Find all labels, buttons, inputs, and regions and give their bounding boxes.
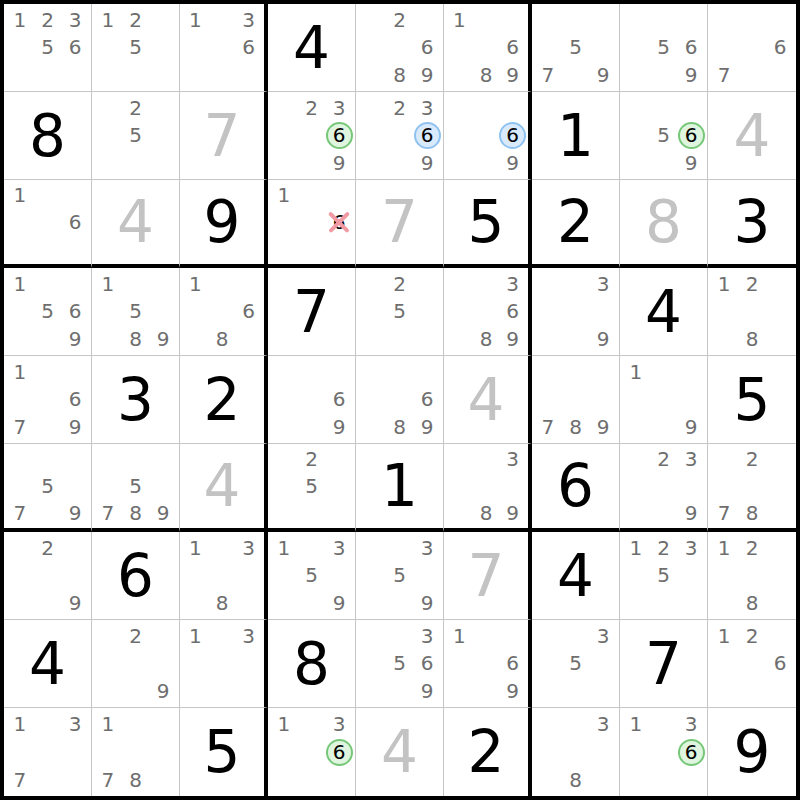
empty-candidate-slot: [182, 61, 209, 89]
cell-r7c8[interactable]: 1235: [620, 532, 708, 620]
empty-candidate-slot: [270, 386, 298, 414]
cell-r4c1[interactable]: 1569: [4, 268, 92, 356]
pencil-marks: 2369: [356, 92, 443, 179]
empty-candidate-slot: [235, 325, 262, 353]
given-digit: 7: [293, 283, 330, 341]
empty-candidate-slot: [358, 6, 386, 34]
empty-candidate-slot: [562, 386, 590, 414]
cell-r6c7[interactable]: 6: [532, 444, 620, 532]
candidate-9: 9: [413, 149, 441, 177]
solver-placed-digit: 4: [117, 193, 154, 251]
cell-r4c6[interactable]: 3689: [444, 268, 532, 356]
empty-candidate-slot: [235, 677, 262, 705]
empty-candidate-slot: [562, 270, 590, 298]
cell-r1c2[interactable]: 125: [92, 4, 180, 92]
cell-r7c2[interactable]: 6: [92, 532, 180, 620]
pencil-marks: 138: [180, 532, 264, 619]
green-circle-mark: 6: [678, 739, 705, 766]
empty-candidate-slot: [589, 298, 617, 326]
candidate-8: 8: [738, 589, 766, 617]
solver-placed-digit: 8: [645, 193, 682, 251]
candidate-3: 3: [235, 6, 262, 34]
empty-candidate-slot: [270, 738, 298, 766]
pencil-marks: 359: [356, 532, 443, 619]
cell-r5c1[interactable]: 1679: [4, 356, 92, 444]
empty-candidate-slot: [325, 236, 353, 263]
empty-candidate-slot: [358, 650, 386, 678]
cell-r3c5[interactable]: 7: [356, 180, 444, 268]
empty-candidate-slot: [738, 6, 766, 34]
pencil-marks: 136: [620, 708, 707, 796]
cell-r1c6[interactable]: 1689: [444, 4, 532, 92]
pencil-marks: 1569: [4, 268, 91, 355]
solver-placed-digit: 7: [204, 107, 241, 165]
empty-candidate-slot: [738, 562, 766, 590]
empty-candidate-slot: [61, 738, 89, 766]
empty-candidate-slot: [94, 677, 122, 705]
cell-r4c3[interactable]: 168: [180, 268, 268, 356]
empty-candidate-slot: [413, 298, 441, 326]
cell-r2c1[interactable]: 8: [4, 92, 92, 180]
pencil-marks: 169: [444, 620, 528, 707]
pencil-marks: 579: [532, 4, 619, 91]
empty-candidate-slot: [298, 209, 326, 236]
empty-candidate-slot: [413, 270, 441, 298]
empty-candidate-slot: [6, 298, 34, 326]
cell-r3c2[interactable]: 4: [92, 180, 180, 268]
empty-candidate-slot: [34, 325, 62, 353]
candidate-9: 9: [589, 325, 617, 353]
cell-r3c8[interactable]: 8: [620, 180, 708, 268]
cell-r8c7[interactable]: 35: [532, 620, 620, 708]
empty-candidate-slot: [622, 562, 650, 590]
candidate-3: 3: [589, 622, 617, 650]
candidate-6: 6: [325, 386, 353, 414]
cell-r3c6[interactable]: 5: [444, 180, 532, 268]
candidate-8: 8: [209, 589, 236, 617]
pencil-marks: 12356: [4, 4, 91, 91]
pencil-marks: 25: [356, 268, 443, 355]
cell-r3c4[interactable]: 16: [268, 180, 356, 268]
empty-candidate-slot: [446, 473, 473, 500]
cell-r7c5[interactable]: 359: [356, 532, 444, 620]
candidate-5: 5: [386, 650, 414, 678]
candidate-2: 2: [738, 446, 766, 473]
empty-candidate-slot: [650, 6, 678, 34]
cell-r1c7[interactable]: 579: [532, 4, 620, 92]
candidate-7: 7: [6, 499, 34, 526]
empty-candidate-slot: [34, 766, 62, 794]
empty-candidate-slot: [358, 61, 386, 89]
empty-candidate-slot: [766, 298, 794, 326]
candidate-9: 9: [61, 499, 89, 526]
empty-candidate-slot: [122, 149, 150, 177]
cell-r5c4[interactable]: 69: [268, 356, 356, 444]
empty-candidate-slot: [149, 446, 177, 473]
candidate-8: 8: [386, 61, 414, 89]
empty-candidate-slot: [473, 446, 500, 473]
candidate-9: 9: [61, 413, 89, 441]
empty-candidate-slot: [589, 34, 617, 62]
empty-candidate-slot: [386, 622, 414, 650]
cell-r7c1[interactable]: 29: [4, 532, 92, 620]
empty-candidate-slot: [473, 122, 500, 150]
candidate-3: 3: [61, 710, 89, 738]
candidate-8: 8: [473, 61, 500, 89]
pencil-marks: 16: [4, 180, 91, 264]
cell-r3c7[interactable]: 2: [532, 180, 620, 268]
empty-candidate-slot: [562, 325, 590, 353]
cell-r9c2[interactable]: 178: [92, 708, 180, 796]
empty-candidate-slot: [650, 710, 678, 738]
empty-candidate-slot: [650, 386, 678, 414]
cell-r6c4[interactable]: 25: [268, 444, 356, 532]
empty-candidate-slot: [298, 413, 326, 441]
cell-r8c9[interactable]: 126: [708, 620, 796, 708]
empty-candidate-slot: [235, 270, 262, 298]
given-digit: 2: [557, 193, 594, 251]
empty-candidate-slot: [358, 589, 386, 617]
candidate-8: 8: [122, 325, 150, 353]
cell-r5c8[interactable]: 19: [620, 356, 708, 444]
empty-candidate-slot: [298, 499, 326, 526]
empty-candidate-slot: [622, 94, 650, 122]
cell-r1c4[interactable]: 4: [268, 4, 356, 92]
candidate-7: 7: [534, 61, 562, 89]
candidate-9: 9: [325, 589, 353, 617]
candidate-6: 6: [413, 650, 441, 678]
empty-candidate-slot: [34, 413, 62, 441]
empty-candidate-slot: [677, 94, 705, 122]
empty-candidate-slot: [6, 34, 34, 62]
candidate-7: 7: [710, 61, 738, 89]
cell-r9c5[interactable]: 4: [356, 708, 444, 796]
empty-candidate-slot: [766, 499, 794, 526]
empty-candidate-slot: [182, 589, 209, 617]
empty-candidate-slot: [209, 270, 236, 298]
candidate-9: 9: [413, 61, 441, 89]
given-digit: 6: [117, 547, 154, 605]
empty-candidate-slot: [61, 766, 89, 794]
cell-r9c6[interactable]: 2: [444, 708, 532, 796]
pencil-marks: 128: [708, 532, 796, 619]
cell-r2c7[interactable]: 1: [532, 92, 620, 180]
empty-candidate-slot: [270, 149, 298, 177]
empty-candidate-slot: [6, 61, 34, 89]
cell-r5c6[interactable]: 4: [444, 356, 532, 444]
empty-candidate-slot: [650, 94, 678, 122]
pencil-marks: 789: [532, 356, 619, 443]
candidate-5: 5: [122, 298, 150, 326]
cell-r1c9[interactable]: 67: [708, 4, 796, 92]
cell-r4c7[interactable]: 39: [532, 268, 620, 356]
cell-r1c5[interactable]: 2689: [356, 4, 444, 92]
pencil-marks: 38: [532, 708, 619, 796]
empty-candidate-slot: [677, 766, 705, 794]
candidate-7: 7: [6, 413, 34, 441]
cell-r9c1[interactable]: 137: [4, 708, 92, 796]
empty-candidate-slot: [298, 710, 326, 738]
cell-r4c4[interactable]: 7: [268, 268, 356, 356]
cell-r6c9[interactable]: 278: [708, 444, 796, 532]
empty-candidate-slot: [94, 61, 122, 89]
empty-candidate-slot: [562, 622, 590, 650]
candidate-1: 1: [710, 622, 738, 650]
empty-candidate-slot: [358, 358, 386, 386]
empty-candidate-slot: [589, 766, 617, 794]
cell-r8c8[interactable]: 7: [620, 620, 708, 708]
candidate-5: 5: [650, 34, 678, 62]
candidate-1: 1: [6, 182, 34, 209]
empty-candidate-slot: [94, 34, 122, 62]
cell-r9c4[interactable]: 136: [268, 708, 356, 796]
cell-r7c6[interactable]: 7: [444, 532, 532, 620]
cell-r3c1[interactable]: 16: [4, 180, 92, 268]
empty-candidate-slot: [386, 589, 414, 617]
empty-candidate-slot: [358, 534, 386, 562]
empty-candidate-slot: [622, 122, 650, 150]
candidate-9: 9: [413, 589, 441, 617]
empty-candidate-slot: [499, 473, 526, 500]
candidate-1: 1: [270, 710, 298, 738]
cell-r1c1[interactable]: 12356: [4, 4, 92, 92]
cell-r4c9[interactable]: 128: [708, 268, 796, 356]
cell-r6c6[interactable]: 389: [444, 444, 532, 532]
empty-candidate-slot: [562, 677, 590, 705]
cell-r8c4[interactable]: 8: [268, 620, 356, 708]
candidate-1: 1: [446, 622, 473, 650]
candidate-9: 9: [589, 413, 617, 441]
empty-candidate-slot: [94, 622, 122, 650]
candidate-6: 6: [499, 650, 526, 678]
candidate-9: 9: [413, 413, 441, 441]
cell-r8c5[interactable]: 3569: [356, 620, 444, 708]
given-digit: 2: [204, 371, 241, 429]
cell-r4c2[interactable]: 1589: [92, 268, 180, 356]
candidate-7: 7: [534, 413, 562, 441]
pencil-marks: 19: [620, 356, 707, 443]
pencil-marks: 5789: [92, 444, 179, 528]
empty-candidate-slot: [677, 562, 705, 590]
cell-r2c9[interactable]: 4: [708, 92, 796, 180]
empty-candidate-slot: [149, 34, 177, 62]
empty-candidate-slot: [413, 325, 441, 353]
candidate-1: 1: [446, 6, 473, 34]
empty-candidate-slot: [622, 446, 650, 473]
cell-r3c3[interactable]: 9: [180, 180, 268, 268]
empty-candidate-slot: [6, 589, 34, 617]
candidate-1: 1: [182, 622, 209, 650]
empty-candidate-slot: [499, 6, 526, 34]
candidate-9: 9: [589, 61, 617, 89]
pencil-marks: 569: [620, 92, 707, 179]
empty-candidate-slot: [6, 235, 34, 262]
empty-candidate-slot: [622, 473, 650, 500]
candidate-2: 2: [298, 94, 326, 122]
candidate-6: 6: [499, 298, 526, 326]
given-digit: 7: [645, 635, 682, 693]
cell-r7c7[interactable]: 4: [532, 532, 620, 620]
empty-candidate-slot: [149, 122, 177, 150]
empty-candidate-slot: [270, 499, 298, 526]
pencil-marks: 67: [708, 4, 796, 91]
cell-r6c2[interactable]: 5789: [92, 444, 180, 532]
candidate-5: 5: [562, 34, 590, 62]
empty-candidate-slot: [738, 650, 766, 678]
empty-candidate-slot: [358, 298, 386, 326]
green-circle-mark: 6: [678, 122, 705, 149]
empty-candidate-slot: [413, 562, 441, 590]
pencil-marks: 3569: [356, 620, 443, 707]
empty-candidate-slot: [94, 446, 122, 473]
empty-candidate-slot: [209, 677, 236, 705]
empty-candidate-slot: [358, 325, 386, 353]
cell-r9c3[interactable]: 5: [180, 708, 268, 796]
candidate-3: 3: [413, 94, 441, 122]
empty-candidate-slot: [589, 677, 617, 705]
empty-candidate-slot: [534, 34, 562, 62]
cell-r7c4[interactable]: 1359: [268, 532, 356, 620]
empty-candidate-slot: [386, 386, 414, 414]
candidate-9: 9: [61, 325, 89, 353]
empty-candidate-slot: [589, 386, 617, 414]
empty-candidate-slot: [122, 61, 150, 89]
cell-r2c3[interactable]: 7: [180, 92, 268, 180]
cell-r5c3[interactable]: 2: [180, 356, 268, 444]
candidate-8: 8: [386, 413, 414, 441]
cell-r6c3[interactable]: 4: [180, 444, 268, 532]
empty-candidate-slot: [235, 589, 262, 617]
empty-candidate-slot: [6, 473, 34, 500]
candidate-1: 1: [6, 270, 34, 298]
cell-r2c5[interactable]: 2369: [356, 92, 444, 180]
empty-candidate-slot: [710, 298, 738, 326]
pencil-marks: 137: [4, 708, 91, 796]
candidate-8: 8: [738, 325, 766, 353]
cell-r6c1[interactable]: 579: [4, 444, 92, 532]
empty-candidate-slot: [298, 766, 326, 794]
cell-r4c8[interactable]: 4: [620, 268, 708, 356]
empty-candidate-slot: [149, 766, 177, 794]
given-digit: 5: [468, 193, 505, 251]
cell-r1c8[interactable]: 569: [620, 4, 708, 92]
solver-placed-digit: 7: [468, 547, 505, 605]
empty-candidate-slot: [766, 622, 794, 650]
empty-candidate-slot: [149, 710, 177, 738]
empty-candidate-slot: [622, 61, 650, 89]
candidate-2: 2: [386, 94, 414, 122]
candidate-9: 9: [325, 413, 353, 441]
empty-candidate-slot: [534, 6, 562, 34]
empty-candidate-slot: [94, 473, 122, 500]
candidate-6: 6: [499, 122, 526, 150]
cell-r2c2[interactable]: 25: [92, 92, 180, 180]
solver-placed-digit: 7: [381, 193, 418, 251]
empty-candidate-slot: [34, 589, 62, 617]
cell-r9c9[interactable]: 9: [708, 708, 796, 796]
cell-r2c4[interactable]: 2369: [268, 92, 356, 180]
cell-r5c9[interactable]: 5: [708, 356, 796, 444]
cell-r4c5[interactable]: 25: [356, 268, 444, 356]
empty-candidate-slot: [182, 325, 209, 353]
candidate-9: 9: [677, 61, 705, 89]
empty-candidate-slot: [446, 446, 473, 473]
candidate-9: 9: [61, 589, 89, 617]
cell-r5c5[interactable]: 689: [356, 356, 444, 444]
empty-candidate-slot: [325, 446, 353, 473]
candidate-5: 5: [386, 562, 414, 590]
candidate-2: 2: [738, 622, 766, 650]
candidate-3: 3: [677, 710, 705, 738]
cell-r7c3[interactable]: 138: [180, 532, 268, 620]
cell-r8c6[interactable]: 169: [444, 620, 532, 708]
empty-candidate-slot: [6, 534, 34, 562]
candidate-9: 9: [499, 499, 526, 526]
cell-r8c1[interactable]: 4: [4, 620, 92, 708]
candidate-9: 9: [149, 677, 177, 705]
empty-candidate-slot: [298, 386, 326, 414]
cell-r6c8[interactable]: 239: [620, 444, 708, 532]
empty-candidate-slot: [358, 94, 386, 122]
empty-candidate-slot: [446, 298, 473, 326]
solver-placed-digit: 4: [468, 371, 505, 429]
empty-candidate-slot: [766, 446, 794, 473]
candidate-9: 9: [413, 677, 441, 705]
cell-r8c2[interactable]: 29: [92, 620, 180, 708]
candidate-2: 2: [298, 446, 326, 473]
candidate-9: 9: [499, 61, 526, 89]
blue-circle-mark: 6: [499, 122, 526, 149]
empty-candidate-slot: [710, 650, 738, 678]
cell-r5c7[interactable]: 789: [532, 356, 620, 444]
candidate-7: 7: [94, 766, 122, 794]
cell-r2c6[interactable]: 69: [444, 92, 532, 180]
cell-r2c8[interactable]: 569: [620, 92, 708, 180]
empty-candidate-slot: [710, 562, 738, 590]
candidate-6: 6: [766, 34, 794, 62]
empty-candidate-slot: [562, 710, 590, 738]
empty-candidate-slot: [677, 589, 705, 617]
cell-r7c9[interactable]: 128: [708, 532, 796, 620]
empty-candidate-slot: [650, 358, 678, 386]
cell-r6c5[interactable]: 1: [356, 444, 444, 532]
cell-r9c7[interactable]: 38: [532, 708, 620, 796]
pencil-marks: 278: [708, 444, 796, 528]
cell-r1c3[interactable]: 136: [180, 4, 268, 92]
empty-candidate-slot: [386, 358, 414, 386]
cell-r3c9[interactable]: 3: [708, 180, 796, 268]
empty-candidate-slot: [534, 622, 562, 650]
empty-candidate-slot: [622, 589, 650, 617]
empty-candidate-slot: [710, 473, 738, 500]
candidate-6: 6: [61, 34, 89, 62]
empty-candidate-slot: [61, 182, 89, 209]
empty-candidate-slot: [677, 6, 705, 34]
cell-r8c3[interactable]: 13: [180, 620, 268, 708]
empty-candidate-slot: [766, 589, 794, 617]
empty-candidate-slot: [473, 94, 500, 122]
empty-candidate-slot: [358, 149, 386, 177]
cell-r5c2[interactable]: 3: [92, 356, 180, 444]
pencil-marks: 39: [532, 268, 619, 355]
empty-candidate-slot: [209, 6, 236, 34]
candidate-3: 3: [325, 534, 353, 562]
candidate-2: 2: [650, 446, 678, 473]
candidate-7: 7: [94, 499, 122, 526]
given-digit: 5: [734, 371, 771, 429]
candidate-8: 8: [738, 499, 766, 526]
cell-r9c8[interactable]: 136: [620, 708, 708, 796]
